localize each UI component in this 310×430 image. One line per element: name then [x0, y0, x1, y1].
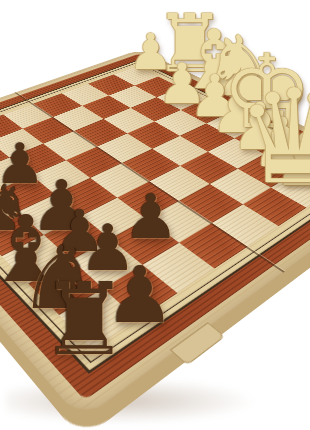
photo-canvas: ♜♟♝♟♞♚♛♟♟♟♟♟♟♞♟♟♟♟♝♞♟♜ [0, 0, 310, 430]
white-queen[interactable]: ♛ [236, 72, 310, 202]
black-rook[interactable]: ♜ [39, 270, 129, 370]
